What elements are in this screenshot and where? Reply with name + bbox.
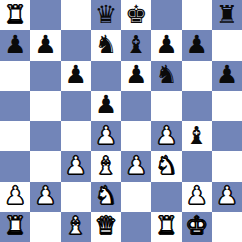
square-f2[interactable] <box>151 182 181 212</box>
square-e7[interactable]: ♝ <box>121 30 151 60</box>
square-f7[interactable]: ♟ <box>151 30 181 60</box>
square-a8[interactable]: ♜ <box>0 0 30 30</box>
square-f8[interactable] <box>151 0 181 30</box>
square-b8[interactable] <box>30 0 60 30</box>
square-h8[interactable]: ♜ <box>212 0 242 30</box>
square-e2[interactable] <box>121 182 151 212</box>
white-bishop[interactable]: ♝ <box>64 213 86 238</box>
black-pawn[interactable]: ♟ <box>4 32 26 57</box>
white-king[interactable]: ♚ <box>185 213 207 238</box>
square-c6[interactable]: ♟ <box>61 61 91 91</box>
black-bishop[interactable]: ♝ <box>125 32 147 57</box>
square-c4[interactable] <box>61 121 91 151</box>
white-rook[interactable]: ♜ <box>4 2 26 27</box>
square-b6[interactable] <box>30 61 60 91</box>
square-e1[interactable] <box>121 212 151 242</box>
black-pawn[interactable]: ♟ <box>34 32 56 57</box>
white-rook[interactable]: ♜ <box>155 213 177 238</box>
black-pawn[interactable]: ♟ <box>64 62 86 87</box>
black-queen[interactable]: ♛ <box>95 2 117 27</box>
square-c5[interactable] <box>61 91 91 121</box>
black-pawn[interactable]: ♟ <box>95 92 117 117</box>
white-pawn[interactable]: ♟ <box>34 183 56 208</box>
square-c1[interactable]: ♝ <box>61 212 91 242</box>
square-e6[interactable]: ♟ <box>121 61 151 91</box>
chess-board: ♜♛♚♜♟♟♞♝♟♟♟♟♞♟♟♟♟♝♟♝♟♞♟♟♞♟♟♜♝♛♜♚ <box>0 0 242 242</box>
square-d1[interactable]: ♛ <box>91 212 121 242</box>
square-h3[interactable] <box>212 151 242 181</box>
square-f1[interactable]: ♜ <box>151 212 181 242</box>
square-a1[interactable]: ♜ <box>0 212 30 242</box>
square-g2[interactable]: ♟ <box>182 182 212 212</box>
black-pawn[interactable]: ♟ <box>216 62 238 87</box>
square-h7[interactable] <box>212 30 242 60</box>
white-bishop[interactable]: ♝ <box>95 153 117 178</box>
square-b5[interactable] <box>30 91 60 121</box>
square-b1[interactable] <box>30 212 60 242</box>
square-a6[interactable] <box>0 61 30 91</box>
white-pawn[interactable]: ♟ <box>155 123 177 148</box>
square-d4[interactable]: ♟ <box>91 121 121 151</box>
square-a5[interactable] <box>0 91 30 121</box>
square-d2[interactable]: ♞ <box>91 182 121 212</box>
white-pawn[interactable]: ♟ <box>216 183 238 208</box>
square-g7[interactable]: ♟ <box>182 30 212 60</box>
square-b2[interactable]: ♟ <box>30 182 60 212</box>
square-f6[interactable]: ♞ <box>151 61 181 91</box>
square-f3[interactable]: ♞ <box>151 151 181 181</box>
white-rook[interactable]: ♜ <box>4 213 26 238</box>
square-d8[interactable]: ♛ <box>91 0 121 30</box>
white-knight[interactable]: ♞ <box>95 183 117 208</box>
square-g1[interactable]: ♚ <box>182 212 212 242</box>
square-h6[interactable]: ♟ <box>212 61 242 91</box>
black-pawn[interactable]: ♟ <box>125 62 147 87</box>
white-knight[interactable]: ♞ <box>155 153 177 178</box>
square-b7[interactable]: ♟ <box>30 30 60 60</box>
black-knight[interactable]: ♞ <box>95 32 117 57</box>
square-a2[interactable]: ♟ <box>0 182 30 212</box>
square-c7[interactable] <box>61 30 91 60</box>
square-g3[interactable] <box>182 151 212 181</box>
square-h1[interactable] <box>212 212 242 242</box>
white-pawn[interactable]: ♟ <box>185 183 207 208</box>
square-c8[interactable] <box>61 0 91 30</box>
square-g4[interactable]: ♝ <box>182 121 212 151</box>
square-h4[interactable] <box>212 121 242 151</box>
square-d5[interactable]: ♟ <box>91 91 121 121</box>
black-king[interactable]: ♚ <box>125 2 147 27</box>
square-e3[interactable]: ♟ <box>121 151 151 181</box>
square-d6[interactable] <box>91 61 121 91</box>
square-b4[interactable] <box>30 121 60 151</box>
square-b3[interactable] <box>30 151 60 181</box>
square-g5[interactable] <box>182 91 212 121</box>
square-c3[interactable]: ♟ <box>61 151 91 181</box>
square-h2[interactable]: ♟ <box>212 182 242 212</box>
square-h5[interactable] <box>212 91 242 121</box>
black-bishop[interactable]: ♝ <box>185 123 207 148</box>
square-a3[interactable] <box>0 151 30 181</box>
square-a7[interactable]: ♟ <box>0 30 30 60</box>
square-a4[interactable] <box>0 121 30 151</box>
white-pawn[interactable]: ♟ <box>64 153 86 178</box>
square-d3[interactable]: ♝ <box>91 151 121 181</box>
black-pawn[interactable]: ♟ <box>155 32 177 57</box>
square-c2[interactable] <box>61 182 91 212</box>
square-g6[interactable] <box>182 61 212 91</box>
black-rook[interactable]: ♜ <box>216 2 238 27</box>
square-f5[interactable] <box>151 91 181 121</box>
white-pawn[interactable]: ♟ <box>125 153 147 178</box>
white-pawn[interactable]: ♟ <box>95 123 117 148</box>
white-queen[interactable]: ♛ <box>95 213 117 238</box>
black-pawn[interactable]: ♟ <box>185 32 207 57</box>
square-d7[interactable]: ♞ <box>91 30 121 60</box>
black-knight[interactable]: ♞ <box>155 62 177 87</box>
square-e4[interactable] <box>121 121 151 151</box>
square-f4[interactable]: ♟ <box>151 121 181 151</box>
square-e5[interactable] <box>121 91 151 121</box>
white-pawn[interactable]: ♟ <box>4 183 26 208</box>
square-g8[interactable] <box>182 0 212 30</box>
square-e8[interactable]: ♚ <box>121 0 151 30</box>
